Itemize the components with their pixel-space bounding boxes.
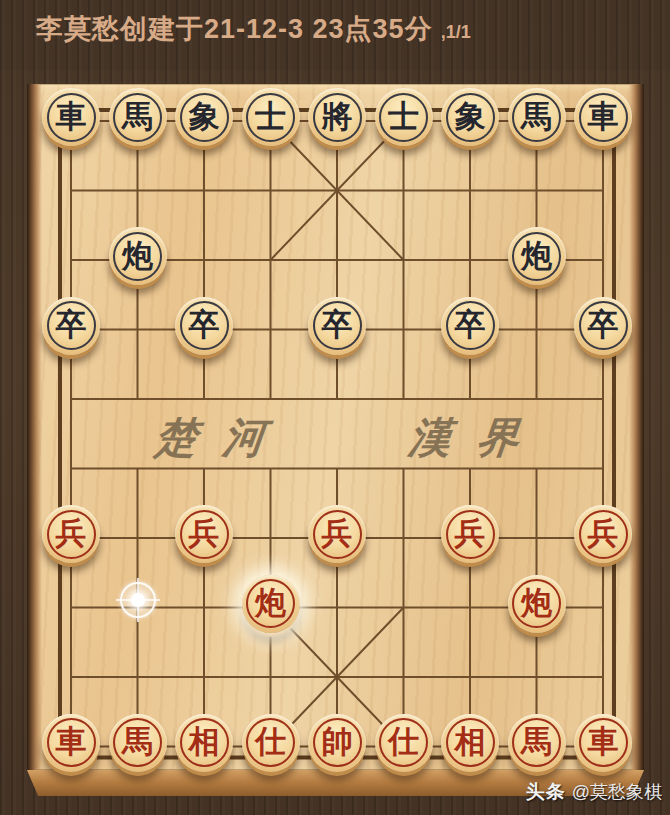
piece-ring: 相: [446, 718, 495, 767]
piece-red-相[interactable]: 相: [175, 714, 233, 772]
piece-ring: 卒: [313, 301, 362, 350]
piece-black-士[interactable]: 士: [242, 88, 300, 146]
piece-red-兵[interactable]: 兵: [42, 505, 100, 563]
piece-character: 帥: [322, 726, 353, 757]
piece-ring: 炮: [113, 232, 162, 281]
piece-black-卒[interactable]: 卒: [574, 297, 632, 355]
piece-character: 兵: [455, 518, 486, 549]
piece-ring: 兵: [579, 510, 628, 559]
piece-character: 車: [588, 101, 619, 132]
piece-black-卒[interactable]: 卒: [441, 297, 499, 355]
app-screen: 李莫愁创建于21-12-3 23点35分,1/1 楚河 漢界 車馬象士將士象馬車…: [0, 0, 670, 815]
piece-character: 兵: [56, 518, 87, 549]
piece-ring: 相: [180, 718, 229, 767]
piece-red-仕[interactable]: 仕: [375, 714, 433, 772]
piece-character: 相: [455, 726, 486, 757]
piece-character: 馬: [122, 101, 153, 132]
piece-black-象[interactable]: 象: [175, 88, 233, 146]
piece-black-馬[interactable]: 馬: [508, 88, 566, 146]
piece-red-兵[interactable]: 兵: [574, 505, 632, 563]
page-indicator: ,1/1: [441, 22, 471, 42]
piece-ring: 兵: [180, 510, 229, 559]
piece-character: 兵: [189, 518, 220, 549]
piece-ring: 車: [47, 718, 96, 767]
piece-character: 相: [189, 726, 220, 757]
piece-ring: 士: [379, 93, 428, 142]
piece-black-馬[interactable]: 馬: [109, 88, 167, 146]
piece-character: 馬: [122, 726, 153, 757]
piece-ring: 炮: [512, 232, 561, 281]
watermark-handle: @莫愁象棋: [572, 782, 662, 802]
crosshair-glow-dot: [131, 593, 145, 607]
piece-ring: 兵: [47, 510, 96, 559]
river-label-right: 漢界: [406, 410, 548, 466]
piece-character: 炮: [122, 240, 153, 271]
piece-black-將[interactable]: 將: [308, 88, 366, 146]
piece-character: 炮: [255, 587, 286, 618]
piece-ring: 帥: [313, 718, 362, 767]
piece-ring: 卒: [579, 301, 628, 350]
piece-red-兵[interactable]: 兵: [308, 505, 366, 563]
piece-character: 卒: [455, 309, 486, 340]
piece-ring: 馬: [113, 718, 162, 767]
board-field[interactable]: 楚河 漢界 車馬象士將士象馬車炮炮卒卒卒卒卒兵兵兵兵兵炮炮車馬相仕帥仕相馬車: [27, 84, 644, 770]
piece-red-炮[interactable]: 炮: [508, 575, 566, 633]
piece-ring: 兵: [446, 510, 495, 559]
piece-black-車[interactable]: 車: [42, 88, 100, 146]
piece-ring: 仕: [379, 718, 428, 767]
piece-ring: 兵: [313, 510, 362, 559]
piece-red-兵[interactable]: 兵: [441, 505, 499, 563]
piece-ring: 士: [246, 93, 295, 142]
piece-character: 士: [255, 101, 286, 132]
piece-ring: 炮: [512, 579, 561, 628]
xiangqi-board[interactable]: 楚河 漢界 車馬象士將士象馬車炮炮卒卒卒卒卒兵兵兵兵兵炮炮車馬相仕帥仕相馬車: [27, 84, 644, 796]
piece-character: 士: [388, 101, 419, 132]
piece-character: 車: [588, 726, 619, 757]
piece-black-炮[interactable]: 炮: [508, 227, 566, 285]
piece-character: 仕: [255, 726, 286, 757]
river-label-left: 楚河: [152, 410, 294, 466]
piece-red-兵[interactable]: 兵: [175, 505, 233, 563]
piece-red-帥[interactable]: 帥: [308, 714, 366, 772]
piece-character: 卒: [56, 309, 87, 340]
piece-ring: 將: [313, 93, 362, 142]
piece-character: 仕: [388, 726, 419, 757]
watermark: 头条@莫愁象棋: [526, 779, 662, 805]
piece-ring: 卒: [446, 301, 495, 350]
last-move-origin-crosshair-icon: [118, 580, 158, 620]
piece-red-車[interactable]: 車: [574, 714, 632, 772]
piece-character: 卒: [588, 309, 619, 340]
piece-black-車[interactable]: 車: [574, 88, 632, 146]
piece-black-卒[interactable]: 卒: [42, 297, 100, 355]
piece-ring: 車: [47, 93, 96, 142]
piece-ring: 馬: [512, 93, 561, 142]
piece-ring: 象: [446, 93, 495, 142]
piece-character: 馬: [521, 101, 552, 132]
piece-red-馬[interactable]: 馬: [508, 714, 566, 772]
piece-ring: 仕: [246, 718, 295, 767]
piece-ring: 炮: [246, 579, 295, 628]
piece-character: 兵: [322, 518, 353, 549]
piece-ring: 馬: [512, 718, 561, 767]
piece-character: 將: [322, 101, 353, 132]
piece-character: 炮: [521, 240, 552, 271]
piece-character: 馬: [521, 726, 552, 757]
piece-character: 卒: [322, 309, 353, 340]
piece-ring: 象: [180, 93, 229, 142]
watermark-brand: 头条: [526, 781, 566, 802]
piece-red-仕[interactable]: 仕: [242, 714, 300, 772]
piece-ring: 車: [579, 93, 628, 142]
piece-black-象[interactable]: 象: [441, 88, 499, 146]
piece-black-炮[interactable]: 炮: [109, 227, 167, 285]
piece-character: 車: [56, 101, 87, 132]
piece-ring: 馬: [113, 93, 162, 142]
piece-ring: 卒: [47, 301, 96, 350]
piece-character: 象: [455, 101, 486, 132]
piece-character: 象: [189, 101, 220, 132]
board-grid-lines: [27, 84, 644, 770]
game-title: 李莫愁创建于21-12-3 23点35分,1/1: [36, 11, 471, 47]
piece-red-馬[interactable]: 馬: [109, 714, 167, 772]
piece-black-卒[interactable]: 卒: [308, 297, 366, 355]
piece-black-卒[interactable]: 卒: [175, 297, 233, 355]
piece-character: 炮: [521, 587, 552, 618]
piece-ring: 車: [579, 718, 628, 767]
piece-character: 兵: [588, 518, 619, 549]
game-title-text: 李莫愁创建于21-12-3 23点35分: [36, 14, 433, 44]
piece-red-車[interactable]: 車: [42, 714, 100, 772]
piece-black-士[interactable]: 士: [375, 88, 433, 146]
piece-red-炮[interactable]: 炮: [242, 575, 300, 633]
piece-character: 卒: [189, 309, 220, 340]
piece-red-相[interactable]: 相: [441, 714, 499, 772]
piece-ring: 卒: [180, 301, 229, 350]
piece-character: 車: [56, 726, 87, 757]
